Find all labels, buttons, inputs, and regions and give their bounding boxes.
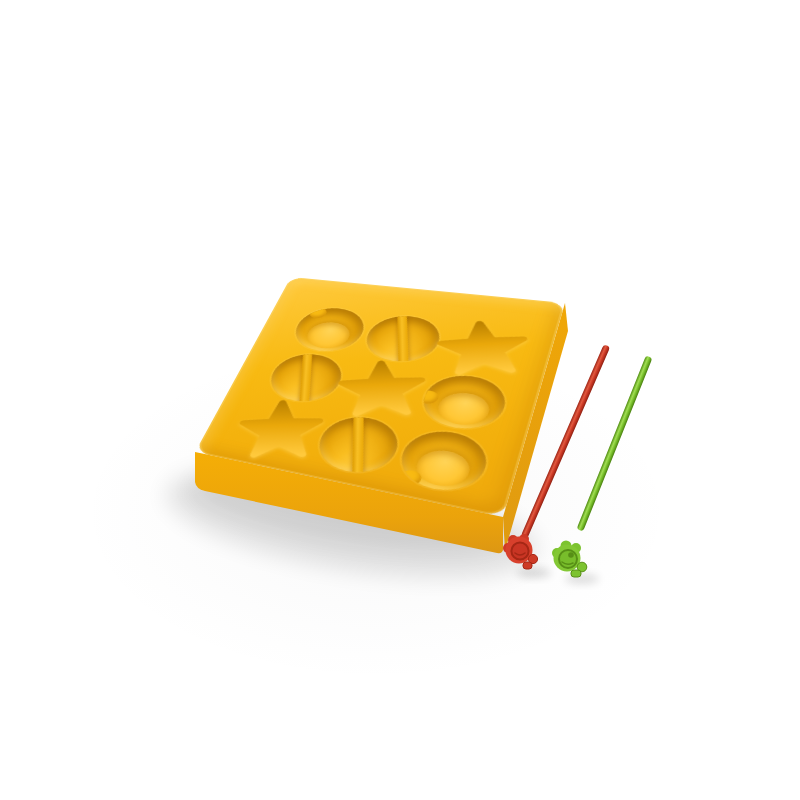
star-cavity-icon [337,359,427,420]
stick-slot-ridge [397,313,408,364]
round-slot-cavity-icon [358,312,446,365]
cavity-notch [308,307,329,319]
red-pick-character-icon [498,532,544,574]
stick-slot-ridge [352,414,364,475]
green-pick-character-icon [546,539,594,581]
product-photo-scene [0,0,800,800]
round-face-cavity-icon [415,371,512,434]
round-face-cavity-icon [392,425,493,496]
cavity-dome [434,390,494,429]
star-cavity-icon [436,318,533,378]
cavity-dome [412,447,475,491]
cavity-dome [302,320,354,350]
stick-slot-ridge [299,351,312,404]
